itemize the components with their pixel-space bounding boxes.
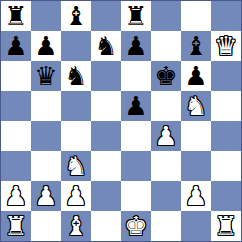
black-pawn: ♟ [4, 31, 27, 61]
white-queen: ♛ [214, 31, 237, 61]
square-d7[interactable]: ♞ [91, 31, 121, 61]
square-a8[interactable]: ♜ [1, 1, 31, 31]
square-g8[interactable] [181, 1, 211, 31]
square-e3[interactable] [121, 151, 151, 181]
chess-board: ♜♝♜♟♟♞♟♝♛♛♞♚♟♟♞♟♞♟♟♟♟♜♝♚♜ [0, 0, 242, 242]
square-b8[interactable] [31, 1, 61, 31]
black-king: ♚ [154, 61, 177, 91]
white-pawn: ♟ [34, 181, 57, 211]
square-g1[interactable] [181, 211, 211, 241]
square-b5[interactable] [31, 91, 61, 121]
square-c1[interactable]: ♝ [61, 211, 91, 241]
black-pawn: ♟ [124, 31, 147, 61]
black-pawn: ♟ [124, 91, 147, 121]
square-f6[interactable]: ♚ [151, 61, 181, 91]
square-e4[interactable] [121, 121, 151, 151]
square-g6[interactable]: ♟ [181, 61, 211, 91]
square-a7[interactable]: ♟ [1, 31, 31, 61]
white-knight: ♞ [64, 151, 87, 181]
white-pawn: ♟ [154, 121, 177, 151]
square-d1[interactable] [91, 211, 121, 241]
black-knight: ♞ [94, 31, 117, 61]
square-e6[interactable] [121, 61, 151, 91]
square-e5[interactable]: ♟ [121, 91, 151, 121]
square-f5[interactable] [151, 91, 181, 121]
square-a2[interactable]: ♟ [1, 181, 31, 211]
square-f1[interactable] [151, 211, 181, 241]
square-d8[interactable] [91, 1, 121, 31]
white-bishop: ♝ [64, 211, 87, 241]
square-f3[interactable] [151, 151, 181, 181]
black-knight: ♞ [64, 61, 87, 91]
square-g2[interactable]: ♟ [181, 181, 211, 211]
square-g5[interactable]: ♞ [181, 91, 211, 121]
square-a4[interactable] [1, 121, 31, 151]
square-f8[interactable] [151, 1, 181, 31]
square-c3[interactable]: ♞ [61, 151, 91, 181]
square-h7[interactable]: ♛ [211, 31, 241, 61]
black-bishop: ♝ [184, 31, 207, 61]
square-b4[interactable] [31, 121, 61, 151]
square-f4[interactable]: ♟ [151, 121, 181, 151]
square-d4[interactable] [91, 121, 121, 151]
square-d3[interactable] [91, 151, 121, 181]
square-h6[interactable] [211, 61, 241, 91]
square-c4[interactable] [61, 121, 91, 151]
white-king: ♚ [124, 211, 147, 241]
square-b6[interactable]: ♛ [31, 61, 61, 91]
square-h4[interactable] [211, 121, 241, 151]
square-c8[interactable]: ♝ [61, 1, 91, 31]
square-h2[interactable] [211, 181, 241, 211]
square-h1[interactable]: ♜ [211, 211, 241, 241]
square-e1[interactable]: ♚ [121, 211, 151, 241]
white-pawn: ♟ [64, 181, 87, 211]
square-c6[interactable]: ♞ [61, 61, 91, 91]
black-pawn: ♟ [184, 61, 207, 91]
white-pawn: ♟ [4, 181, 27, 211]
square-e7[interactable]: ♟ [121, 31, 151, 61]
white-pawn: ♟ [184, 181, 207, 211]
square-g4[interactable] [181, 121, 211, 151]
square-g7[interactable]: ♝ [181, 31, 211, 61]
square-f2[interactable] [151, 181, 181, 211]
square-b2[interactable]: ♟ [31, 181, 61, 211]
square-a5[interactable] [1, 91, 31, 121]
square-g3[interactable] [181, 151, 211, 181]
square-d5[interactable] [91, 91, 121, 121]
white-knight: ♞ [184, 91, 207, 121]
square-d6[interactable] [91, 61, 121, 91]
square-b7[interactable]: ♟ [31, 31, 61, 61]
square-e8[interactable]: ♜ [121, 1, 151, 31]
square-b3[interactable] [31, 151, 61, 181]
black-pawn: ♟ [34, 31, 57, 61]
black-bishop: ♝ [64, 1, 87, 31]
square-d2[interactable] [91, 181, 121, 211]
square-c2[interactable]: ♟ [61, 181, 91, 211]
square-a3[interactable] [1, 151, 31, 181]
square-h3[interactable] [211, 151, 241, 181]
white-rook: ♜ [4, 211, 27, 241]
square-b1[interactable] [31, 211, 61, 241]
square-h5[interactable] [211, 91, 241, 121]
square-a6[interactable] [1, 61, 31, 91]
square-c5[interactable] [61, 91, 91, 121]
square-h8[interactable] [211, 1, 241, 31]
square-c7[interactable] [61, 31, 91, 61]
square-e2[interactable] [121, 181, 151, 211]
black-rook: ♜ [4, 1, 27, 31]
white-rook: ♜ [214, 211, 237, 241]
black-rook: ♜ [124, 1, 147, 31]
square-a1[interactable]: ♜ [1, 211, 31, 241]
square-f7[interactable] [151, 31, 181, 61]
black-queen: ♛ [34, 61, 57, 91]
